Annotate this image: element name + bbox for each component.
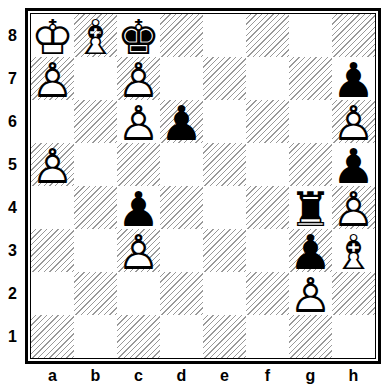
piece-black-pawn-g3[interactable]: ♟ — [289, 229, 332, 272]
square-d1[interactable] — [160, 315, 203, 358]
square-f6[interactable] — [246, 100, 289, 143]
square-a6[interactable] — [31, 100, 74, 143]
square-d5[interactable] — [160, 143, 203, 186]
square-e5[interactable] — [203, 143, 246, 186]
square-g1[interactable] — [289, 315, 332, 358]
square-g6[interactable] — [289, 100, 332, 143]
piece-white-bishop-b8[interactable]: ♝♗ — [74, 14, 117, 57]
piece-white-king-a8[interactable]: ♚♔ — [31, 14, 74, 57]
piece-white-pawn-h6[interactable]: ♟♙ — [332, 100, 375, 143]
square-b1[interactable] — [74, 315, 117, 358]
spacer — [0, 364, 25, 387]
square-c3[interactable]: ♟♙ — [117, 229, 160, 272]
square-d6[interactable]: ♟ — [160, 100, 203, 143]
square-f3[interactable] — [246, 229, 289, 272]
square-b2[interactable] — [74, 272, 117, 315]
board-frame: ♚♔♝♗♚♟♙♟♙♟♟♙♟♟♙♟♙♟♟♜♟♙♟♙♟♝♗♟♙ — [25, 8, 381, 364]
square-h5[interactable]: ♟ — [332, 143, 375, 186]
square-c4[interactable]: ♟ — [117, 186, 160, 229]
square-b3[interactable] — [74, 229, 117, 272]
square-f5[interactable] — [246, 143, 289, 186]
square-d2[interactable] — [160, 272, 203, 315]
square-d3[interactable] — [160, 229, 203, 272]
square-a8[interactable]: ♚♔ — [31, 14, 74, 57]
square-g4[interactable]: ♜ — [289, 186, 332, 229]
square-a1[interactable] — [31, 315, 74, 358]
square-a5[interactable]: ♟♙ — [31, 143, 74, 186]
square-c7[interactable]: ♟♙ — [117, 57, 160, 100]
piece-white-pawn-a5[interactable]: ♟♙ — [31, 143, 74, 186]
square-b5[interactable] — [74, 143, 117, 186]
square-a7[interactable]: ♟♙ — [31, 57, 74, 100]
square-f4[interactable] — [246, 186, 289, 229]
file-label-b: b — [74, 364, 117, 387]
square-h2[interactable] — [332, 272, 375, 315]
file-label-g: g — [289, 364, 332, 387]
square-e2[interactable] — [203, 272, 246, 315]
square-c1[interactable] — [117, 315, 160, 358]
square-e8[interactable] — [203, 14, 246, 57]
square-c2[interactable] — [117, 272, 160, 315]
file-label-a: a — [31, 364, 74, 387]
square-f2[interactable] — [246, 272, 289, 315]
square-c8[interactable]: ♚ — [117, 14, 160, 57]
rank-label-1: 1 — [0, 315, 25, 358]
square-e4[interactable] — [203, 186, 246, 229]
piece-white-pawn-c6[interactable]: ♟♙ — [117, 100, 160, 143]
square-a4[interactable] — [31, 186, 74, 229]
square-h1[interactable] — [332, 315, 375, 358]
square-f8[interactable] — [246, 14, 289, 57]
square-a2[interactable] — [31, 272, 74, 315]
square-e7[interactable] — [203, 57, 246, 100]
file-label-h: h — [332, 364, 375, 387]
rank-label-8: 8 — [0, 14, 25, 57]
square-f1[interactable] — [246, 315, 289, 358]
square-d4[interactable] — [160, 186, 203, 229]
piece-outline-layer: ♙ — [31, 56, 74, 104]
piece-outline-layer: ♗ — [74, 13, 117, 61]
file-label-e: e — [203, 364, 246, 387]
piece-white-pawn-c7[interactable]: ♟♙ — [117, 57, 160, 100]
piece-black-pawn-h5[interactable]: ♟ — [332, 143, 375, 186]
piece-black-rook-g4[interactable]: ♜ — [289, 186, 332, 229]
square-f7[interactable] — [246, 57, 289, 100]
square-h8[interactable] — [332, 14, 375, 57]
piece-white-pawn-a7[interactable]: ♟♙ — [31, 57, 74, 100]
square-c5[interactable] — [117, 143, 160, 186]
file-label-d: d — [160, 364, 203, 387]
file-labels: abcdefgh — [25, 364, 381, 387]
piece-white-pawn-g2[interactable]: ♟♙ — [289, 272, 332, 315]
square-d7[interactable] — [160, 57, 203, 100]
piece-white-pawn-c3[interactable]: ♟♙ — [117, 229, 160, 272]
square-e3[interactable] — [203, 229, 246, 272]
piece-outline-layer: ♙ — [31, 142, 74, 190]
piece-outline-layer: ♙ — [289, 271, 332, 319]
file-label-f: f — [246, 364, 289, 387]
board-layout: 87654321 ♚♔♝♗♚♟♙♟♙♟♟♙♟♟♙♟♙♟♟♜♟♙♟♙♟♝♗♟♙ a… — [0, 8, 382, 387]
square-g5[interactable] — [289, 143, 332, 186]
square-g2[interactable]: ♟♙ — [289, 272, 332, 315]
piece-outline-layer: ♙ — [117, 99, 160, 147]
square-h4[interactable]: ♟♙ — [332, 186, 375, 229]
rank-label-3: 3 — [0, 229, 25, 272]
piece-black-pawn-h7[interactable]: ♟ — [332, 57, 375, 100]
square-h6[interactable]: ♟♙ — [332, 100, 375, 143]
square-h3[interactable]: ♝♗ — [332, 229, 375, 272]
chess-board: ♚♔♝♗♚♟♙♟♙♟♟♙♟♟♙♟♙♟♟♜♟♙♟♙♟♝♗♟♙ — [30, 13, 376, 359]
square-a3[interactable] — [31, 229, 74, 272]
square-h7[interactable]: ♟ — [332, 57, 375, 100]
rank-label-7: 7 — [0, 57, 25, 100]
square-e1[interactable] — [203, 315, 246, 358]
file-label-c: c — [117, 364, 160, 387]
piece-black-pawn-d6[interactable]: ♟ — [160, 100, 203, 143]
chess-diagram: 87654321 ♚♔♝♗♚♟♙♟♙♟♟♙♟♟♙♟♙♟♟♜♟♙♟♙♟♝♗♟♙ a… — [0, 0, 382, 387]
piece-white-pawn-h4[interactable]: ♟♙ — [332, 186, 375, 229]
piece-outline-layer: ♗ — [332, 228, 375, 276]
square-g8[interactable] — [289, 14, 332, 57]
piece-black-pawn-c4[interactable]: ♟ — [117, 186, 160, 229]
square-b4[interactable] — [74, 186, 117, 229]
piece-glyph-layer: ♟ — [160, 99, 203, 147]
square-b7[interactable] — [74, 57, 117, 100]
square-b6[interactable] — [74, 100, 117, 143]
rank-label-5: 5 — [0, 143, 25, 186]
rank-label-4: 4 — [0, 186, 25, 229]
square-e6[interactable] — [203, 100, 246, 143]
square-g7[interactable] — [289, 57, 332, 100]
rank-label-6: 6 — [0, 100, 25, 143]
piece-outline-layer: ♙ — [117, 228, 160, 276]
rank-label-2: 2 — [0, 272, 25, 315]
piece-white-bishop-h3[interactable]: ♝♗ — [332, 229, 375, 272]
piece-black-king-c8[interactable]: ♚ — [117, 14, 160, 57]
square-d8[interactable] — [160, 14, 203, 57]
square-c6[interactable]: ♟♙ — [117, 100, 160, 143]
square-b8[interactable]: ♝♗ — [74, 14, 117, 57]
rank-labels: 87654321 — [0, 8, 25, 364]
square-g3[interactable]: ♟ — [289, 229, 332, 272]
